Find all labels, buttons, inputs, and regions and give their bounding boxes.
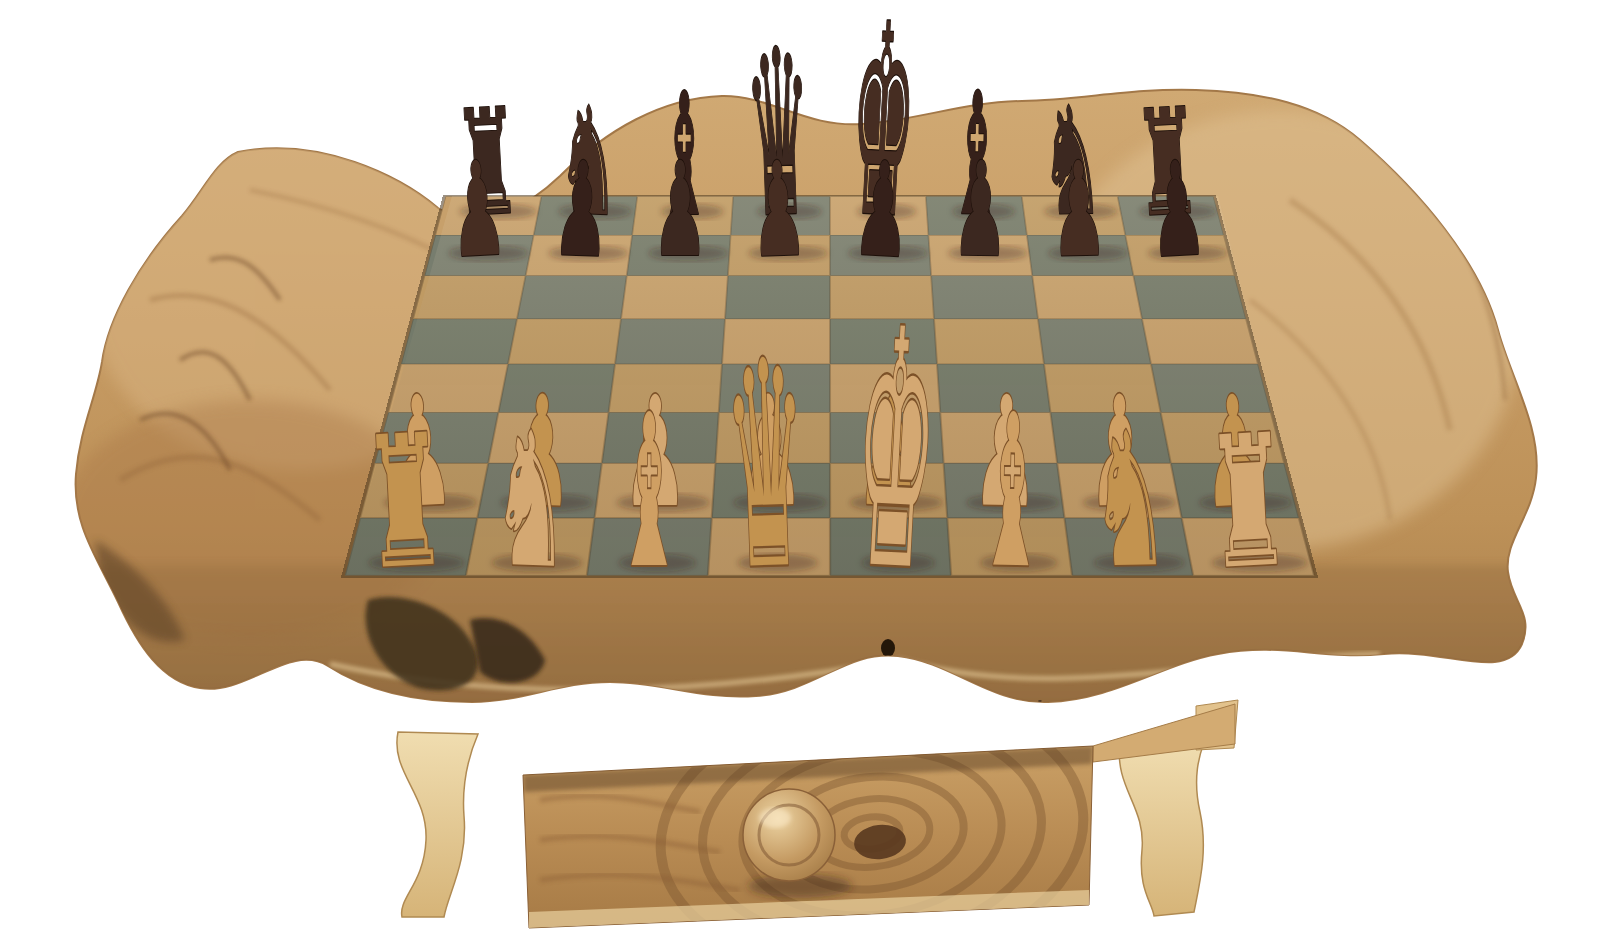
square-e7 [830,235,931,276]
product-photo-stage: ♜♞♝♛♚♝♞♜♟♟♟♟♟♟♟♟♟♟♟♟♟♟♟♟♜♞♝♛♚♝♞♜ [0,0,1600,947]
square-d6 [725,276,829,319]
square-h7 [1125,235,1234,276]
square-d3 [716,412,830,463]
square-d7 [728,235,829,276]
square-f1 [947,518,1072,576]
square-b3 [488,412,608,463]
square-g6 [1032,276,1142,319]
square-f7 [928,235,1032,276]
table-leg-front-left [397,732,478,917]
square-e1 [830,518,951,576]
drawer-rail [1093,704,1235,762]
square-d1 [708,518,829,576]
square-d8 [731,196,830,235]
nail-hole [881,639,895,657]
square-e8 [830,196,929,235]
chessboard [345,196,1314,575]
square-b1 [466,518,595,576]
square-b2 [478,463,603,517]
square-h8 [1118,196,1224,235]
square-b8 [534,196,638,235]
square-h3 [1160,412,1284,463]
square-e4 [830,364,940,412]
square-d5 [722,319,829,364]
square-f8 [926,196,1027,235]
square-c5 [615,319,725,364]
square-b7 [526,235,633,276]
drawer-knob [743,789,835,881]
square-a2 [360,463,488,517]
square-g3 [1050,412,1170,463]
square-b5 [508,319,621,364]
square-h1 [1181,518,1314,576]
square-a1 [345,518,478,576]
square-h4 [1151,364,1271,412]
square-a5 [401,319,517,364]
square-g2 [1057,463,1182,517]
square-e2 [830,463,947,517]
square-a8 [435,196,541,235]
square-a7 [424,235,533,276]
square-e3 [830,412,944,463]
square-g8 [1022,196,1126,235]
square-c8 [632,196,733,235]
square-f5 [934,319,1044,364]
square-c2 [595,463,716,517]
square-f3 [940,412,1057,463]
square-d4 [719,364,829,412]
square-h2 [1171,463,1299,517]
square-c6 [621,276,728,319]
square-a6 [413,276,526,319]
square-f2 [943,463,1064,517]
square-g1 [1064,518,1193,576]
square-c4 [609,364,723,412]
square-e6 [830,276,934,319]
square-h5 [1142,319,1258,364]
square-c7 [627,235,731,276]
square-c1 [587,518,712,576]
square-f6 [931,276,1038,319]
drawer-knob-highlight [759,808,791,828]
square-g5 [1038,319,1151,364]
square-g7 [1027,235,1134,276]
square-a4 [388,364,508,412]
square-g4 [1044,364,1161,412]
square-e5 [830,319,937,364]
square-c3 [602,412,719,463]
square-b4 [499,364,616,412]
table-leg-front-right [1119,742,1204,916]
square-a3 [375,412,499,463]
square-b6 [517,276,627,319]
drawer [523,678,1097,947]
square-f4 [937,364,1051,412]
square-d2 [712,463,829,517]
square-h6 [1133,276,1246,319]
